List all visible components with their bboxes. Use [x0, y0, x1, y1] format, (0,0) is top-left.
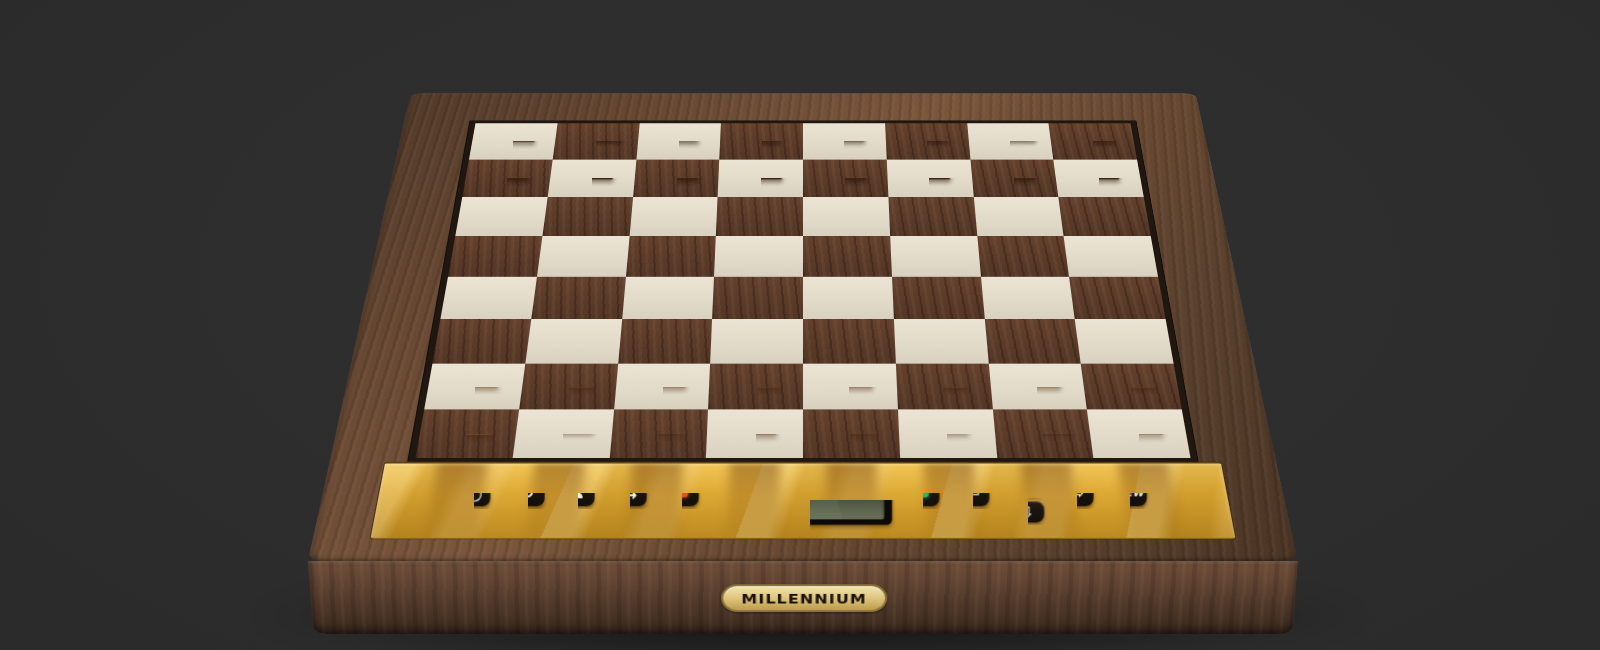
cursor-up-button[interactable]: ⇧ [1011, 475, 1044, 496]
up-arrow-icon: ⇧ [1021, 477, 1033, 494]
piece-shadow [464, 133, 548, 154]
piece-shadow [879, 133, 961, 154]
front-face: MILLENNIUM [308, 561, 1298, 634]
piece-shadow [627, 169, 710, 191]
chessboard-slab: MILLENNIUM ♜♞♝♛♚♝♞♜♟♟♟♟♟♟♟♟♟♟♟♟♟♟♟♟♜♞♝♛♚… [308, 93, 1298, 561]
piece-reflection [425, 464, 488, 538]
piece-shadow [457, 169, 542, 191]
brand-logo-text: MILLENNIUM [741, 590, 867, 606]
piece-shadow [630, 133, 712, 154]
piece-shadow [547, 133, 630, 154]
piece-shadow [714, 133, 795, 154]
square-h6[interactable] [1059, 197, 1151, 236]
piece-shadow [961, 133, 1043, 154]
piece-reflection [924, 464, 980, 538]
piece-shadow [1048, 169, 1133, 191]
piece-reflection [526, 464, 586, 538]
piece-shadow [797, 133, 878, 154]
piece-shadow [542, 169, 626, 191]
piece-reflection [626, 464, 682, 538]
piece-shadow [712, 169, 794, 191]
scene: MILLENNIUM ♜♞♝♛♚♝♞♜♟♟♟♟♟♟♟♟♟♟♟♟♟♟♟♟♜♞♝♛♚… [0, 0, 1600, 650]
piece-shadow [797, 169, 879, 191]
piece-reflection [1118, 464, 1181, 538]
piece-shadow [965, 169, 1049, 191]
piece-shadow [1044, 133, 1127, 154]
square-a6[interactable] [455, 197, 547, 236]
piece-shadow [881, 169, 964, 191]
brand-plate: MILLENNIUM [721, 584, 887, 612]
